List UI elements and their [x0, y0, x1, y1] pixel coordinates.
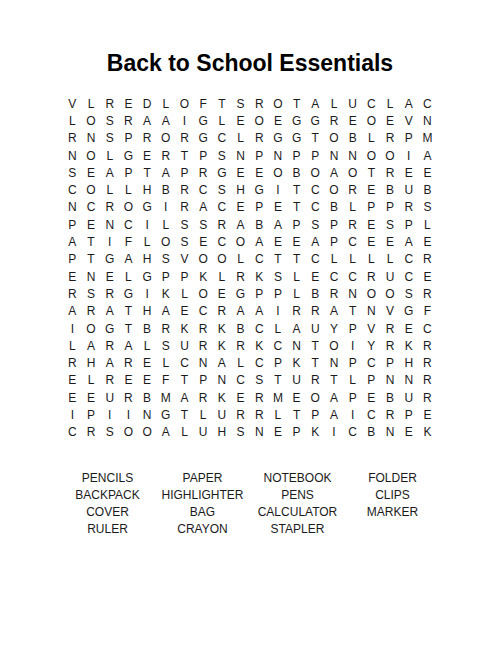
grid-cell: I [399, 147, 418, 164]
grid-cell: H [138, 303, 157, 320]
grid-cell: O [381, 285, 400, 302]
grid-cell: S [269, 268, 288, 285]
grid-cell: L [325, 251, 344, 268]
grid-cell: C [194, 181, 213, 198]
grid-cell: P [194, 372, 213, 389]
grid-cell: I [138, 285, 157, 302]
grid-cell: B [138, 320, 157, 337]
grid-cell: L [63, 337, 82, 354]
grid-cell: E [175, 303, 194, 320]
grid-cell: O [362, 147, 381, 164]
grid-cell: M [156, 389, 175, 406]
grid-cell: I [175, 112, 194, 129]
grid-cell: R [399, 199, 418, 216]
grid-cell: V [381, 303, 400, 320]
grid-cell: G [194, 130, 213, 147]
grid-cell: R [250, 389, 269, 406]
grid-cell: E [399, 164, 418, 181]
grid-cell: S [82, 285, 101, 302]
grid-cell: N [138, 406, 157, 423]
grid-cell: E [418, 164, 437, 181]
grid-cell: O [82, 320, 101, 337]
grid-cell: P [194, 147, 213, 164]
grid-cell: T [269, 372, 288, 389]
grid-cell: R [381, 337, 400, 354]
grid-cell: E [231, 389, 250, 406]
grid-cell: P [325, 233, 344, 250]
grid-cell: R [194, 337, 213, 354]
grid-cell: P [343, 389, 362, 406]
grid-cell: G [269, 130, 288, 147]
grid-cell: C [362, 406, 381, 423]
grid-cell: P [306, 147, 325, 164]
grid-cell: E [362, 216, 381, 233]
grid-cell: E [287, 233, 306, 250]
grid-cell: R [231, 337, 250, 354]
grid-cell: E [381, 233, 400, 250]
grid-cell: K [156, 285, 175, 302]
grid-cell: M [269, 389, 288, 406]
grid-cell: P [287, 216, 306, 233]
grid-cell: A [138, 112, 157, 129]
grid-cell: T [82, 233, 101, 250]
grid-cell: C [63, 424, 82, 441]
grid-cell: G [119, 285, 138, 302]
grid-cell: O [194, 251, 213, 268]
grid-cell: P [250, 147, 269, 164]
grid-cell: T [213, 95, 232, 112]
grid-cell: A [399, 233, 418, 250]
grid-cell: T [362, 164, 381, 181]
grid-cell: L [138, 233, 157, 250]
grid-cell: P [343, 354, 362, 371]
word-list-item: NOTEBOOK [250, 469, 345, 486]
grid-cell: L [231, 354, 250, 371]
grid-cell: P [156, 268, 175, 285]
grid-cell: R [362, 268, 381, 285]
grid-cell: G [399, 303, 418, 320]
grid-cell: S [418, 199, 437, 216]
grid-cell: A [156, 164, 175, 181]
grid-cell: E [213, 285, 232, 302]
grid-cell: T [306, 354, 325, 371]
grid-cell: A [63, 303, 82, 320]
grid-cell: K [418, 424, 437, 441]
grid-cell: R [306, 303, 325, 320]
grid-cell: I [119, 406, 138, 423]
grid-cell: G [287, 130, 306, 147]
word-list-item: BACKPACK [60, 486, 155, 503]
grid-cell: L [100, 147, 119, 164]
word-list-item: STAPLER [250, 520, 345, 537]
grid-cell: F [119, 233, 138, 250]
word-list-item: FOLDER [345, 469, 440, 486]
grid-cell: N [381, 424, 400, 441]
grid-cell: P [325, 216, 344, 233]
grid-cell: K [399, 337, 418, 354]
grid-cell: A [287, 320, 306, 337]
grid-cell: R [418, 285, 437, 302]
grid-cell: C [231, 372, 250, 389]
grid-cell: E [418, 268, 437, 285]
grid-cell: G [250, 181, 269, 198]
grid-cell: O [156, 130, 175, 147]
word-list-item: COVER [60, 503, 155, 520]
grid-cell: U [399, 389, 418, 406]
grid-cell: E [63, 268, 82, 285]
grid-cell: G [287, 112, 306, 129]
grid-cell: E [100, 268, 119, 285]
grid-cell: R [306, 372, 325, 389]
grid-cell: O [82, 147, 101, 164]
grid-cell: A [325, 389, 344, 406]
grid-cell: S [231, 95, 250, 112]
grid-cell: A [231, 303, 250, 320]
grid-cell: R [63, 130, 82, 147]
grid-cell: R [63, 285, 82, 302]
grid-cell: C [399, 268, 418, 285]
grid-cell: R [343, 216, 362, 233]
grid-cell: L [231, 130, 250, 147]
grid-cell: G [100, 320, 119, 337]
grid-cell: C [213, 130, 232, 147]
grid-cell: U [175, 337, 194, 354]
grid-cell: U [399, 181, 418, 198]
grid-cell: C [418, 320, 437, 337]
grid-cell: L [213, 112, 232, 129]
grid-cell: G [138, 199, 157, 216]
grid-cell: U [306, 320, 325, 337]
grid-cell: E [63, 372, 82, 389]
grid-cell: R [381, 406, 400, 423]
grid-cell: E [399, 320, 418, 337]
grid-cell: P [399, 216, 418, 233]
grid-cell: G [119, 147, 138, 164]
grid-cell: N [82, 130, 101, 147]
grid-cell: A [399, 95, 418, 112]
grid-cell: A [325, 303, 344, 320]
grid-cell: K [213, 389, 232, 406]
grid-cell: T [306, 130, 325, 147]
grid-cell: E [306, 268, 325, 285]
grid-cell: G [213, 164, 232, 181]
puzzle-title: Back to School Essentials [0, 50, 500, 77]
grid-cell: R [231, 406, 250, 423]
grid-cell: K [213, 337, 232, 354]
grid-cell: L [343, 372, 362, 389]
grid-cell: E [418, 233, 437, 250]
grid-cell: L [82, 372, 101, 389]
grid-cell: S [399, 285, 418, 302]
grid-cell: E [362, 233, 381, 250]
grid-cell: A [269, 216, 288, 233]
grid-cell: O [269, 95, 288, 112]
grid-cell: G [306, 112, 325, 129]
grid-cell: O [325, 130, 344, 147]
grid-cell: R [381, 130, 400, 147]
grid-cell: O [82, 112, 101, 129]
grid-cell: O [119, 424, 138, 441]
grid-cell: P [250, 199, 269, 216]
word-list-item: CALCULATOR [250, 503, 345, 520]
grid-cell: L [119, 268, 138, 285]
grid-cell: O [119, 199, 138, 216]
grid-cell: R [194, 320, 213, 337]
grid-cell: R [175, 130, 194, 147]
grid-cell: N [399, 372, 418, 389]
grid-cell: S [63, 164, 82, 181]
grid-cell: C [213, 199, 232, 216]
grid-cell: R [343, 181, 362, 198]
grid-cell: R [194, 164, 213, 181]
grid-cell: C [213, 233, 232, 250]
grid-cell: C [362, 354, 381, 371]
grid-cell: R [418, 251, 437, 268]
grid-cell: N [418, 112, 437, 129]
grid-cell: L [82, 95, 101, 112]
grid-cell: C [306, 199, 325, 216]
grid-cell: L [100, 181, 119, 198]
grid-cell: I [138, 216, 157, 233]
grid-cell: B [418, 181, 437, 198]
grid-cell: F [156, 372, 175, 389]
grid-cell: P [175, 164, 194, 181]
grid-cell: L [138, 337, 157, 354]
grid-cell: H [82, 354, 101, 371]
grid-cell: N [325, 147, 344, 164]
grid-cell: P [362, 199, 381, 216]
grid-cell: O [343, 164, 362, 181]
grid-cell: A [156, 303, 175, 320]
grid-cell: A [231, 216, 250, 233]
grid-cell: B [325, 199, 344, 216]
grid-cell: P [119, 164, 138, 181]
grid-cell: K [194, 268, 213, 285]
grid-cell: B [362, 424, 381, 441]
grid-cell: R [82, 303, 101, 320]
grid-cell: B [287, 164, 306, 181]
grid-cell: C [343, 233, 362, 250]
grid-cell: L [269, 320, 288, 337]
grid-cell: P [362, 372, 381, 389]
grid-cell: K [250, 268, 269, 285]
grid-cell: K [287, 354, 306, 371]
grid-cell: E [82, 164, 101, 181]
grid-cell: I [100, 233, 119, 250]
grid-cell: C [82, 199, 101, 216]
grid-cell: P [399, 130, 418, 147]
grid-cell: S [100, 424, 119, 441]
grid-cell: R [138, 130, 157, 147]
grid-cell: R [381, 320, 400, 337]
grid-cell: E [138, 372, 157, 389]
grid-cell: E [399, 424, 418, 441]
grid-cell: A [119, 337, 138, 354]
grid-cell: N [82, 268, 101, 285]
word-list: PENCILSPAPERNOTEBOOKFOLDERBACKPACKHIGHLI… [60, 469, 440, 537]
grid-cell: B [306, 285, 325, 302]
grid-cell: E [287, 389, 306, 406]
grid-cell: E [231, 164, 250, 181]
grid-cell: D [138, 95, 157, 112]
grid-cell: R [418, 372, 437, 389]
grid-cell: R [175, 199, 194, 216]
grid-cell: O [306, 389, 325, 406]
grid-cell: S [100, 130, 119, 147]
grid-cell: G [138, 268, 157, 285]
grid-cell: E [194, 233, 213, 250]
grid-cell: R [119, 389, 138, 406]
grid-cell: B [231, 320, 250, 337]
grid-cell: S [306, 216, 325, 233]
grid-cell: E [82, 389, 101, 406]
grid-cell: E [269, 424, 288, 441]
grid-cell: L [269, 406, 288, 423]
grid-cell: N [63, 199, 82, 216]
grid-cell: E [381, 112, 400, 129]
grid-cell: T [119, 320, 138, 337]
grid-cell: T [287, 181, 306, 198]
grid-cell: O [175, 95, 194, 112]
grid-cell: S [250, 372, 269, 389]
grid-cell: C [194, 303, 213, 320]
grid-cell: G [194, 112, 213, 129]
grid-cell: L [343, 199, 362, 216]
grid-cell: F [194, 95, 213, 112]
grid-cell: R [156, 320, 175, 337]
grid-cell: L [156, 354, 175, 371]
grid-cell: S [156, 251, 175, 268]
grid-cell: P [287, 147, 306, 164]
grid-cell: R [100, 372, 119, 389]
grid-cell: C [269, 337, 288, 354]
grid-cell: H [138, 251, 157, 268]
grid-cell: E [63, 389, 82, 406]
grid-cell: L [194, 406, 213, 423]
grid-cell: R [213, 303, 232, 320]
grid-cell: L [418, 216, 437, 233]
grid-cell: L [175, 285, 194, 302]
grid-cell: A [194, 199, 213, 216]
grid-cell: P [63, 251, 82, 268]
grid-cell: P [63, 216, 82, 233]
grid-cell: C [325, 268, 344, 285]
grid-cell: O [381, 147, 400, 164]
grid-cell: F [418, 303, 437, 320]
grid-cell: A [306, 233, 325, 250]
grid-cell: R [325, 112, 344, 129]
grid-cell: U [287, 372, 306, 389]
grid-cell: L [362, 251, 381, 268]
grid-cell: N [381, 372, 400, 389]
grid-cell: E [269, 199, 288, 216]
grid-cell: N [269, 147, 288, 164]
grid-cell: P [381, 354, 400, 371]
grid-cell: R [250, 406, 269, 423]
grid-cell: C [343, 268, 362, 285]
word-list-item: PENCILS [60, 469, 155, 486]
grid-cell: R [175, 181, 194, 198]
grid-cell: H [213, 424, 232, 441]
grid-cell: O [269, 164, 288, 181]
grid-cell: L [231, 251, 250, 268]
grid-cell: H [231, 181, 250, 198]
grid-cell: P [175, 268, 194, 285]
grid-cell: P [343, 320, 362, 337]
grid-cell: R [418, 354, 437, 371]
grid-cell: E [362, 181, 381, 198]
grid-cell: A [250, 303, 269, 320]
grid-cell: T [325, 372, 344, 389]
grid-cell: R [63, 354, 82, 371]
grid-cell: L [213, 268, 232, 285]
grid-cell: L [362, 130, 381, 147]
grid-cell: N [231, 147, 250, 164]
grid-cell: R [100, 337, 119, 354]
grid-cell: A [175, 389, 194, 406]
grid-cell: H [138, 181, 157, 198]
grid-cell: L [381, 251, 400, 268]
word-list-item: MARKER [345, 503, 440, 520]
grid-cell: R [213, 216, 232, 233]
grid-cell: C [399, 251, 418, 268]
grid-cell: A [100, 354, 119, 371]
grid-cell: S [213, 181, 232, 198]
grid-cell: O [306, 164, 325, 181]
grid-cell: L [343, 251, 362, 268]
grid-cell: E [231, 199, 250, 216]
grid-cell: O [213, 251, 232, 268]
grid-cell: L [63, 112, 82, 129]
grid-cell: A [156, 112, 175, 129]
grid-cell: S [175, 233, 194, 250]
grid-cell: A [82, 337, 101, 354]
grid-cell: O [325, 337, 344, 354]
grid-cell: R [250, 130, 269, 147]
grid-cell: L [119, 181, 138, 198]
grid-cell: O [362, 285, 381, 302]
grid-cell: K [175, 320, 194, 337]
grid-cell: I [100, 406, 119, 423]
grid-cell: L [381, 95, 400, 112]
grid-cell: O [82, 181, 101, 198]
grid-cell: V [175, 251, 194, 268]
grid-cell: N [194, 354, 213, 371]
puzzle-page: Back to School Essentials VLREDLOFTSROTA… [0, 0, 500, 647]
grid-cell: S [381, 216, 400, 233]
grid-cell: K [213, 320, 232, 337]
grid-cell: R [250, 95, 269, 112]
grid-cell: L [287, 268, 306, 285]
grid-cell: E [119, 372, 138, 389]
grid-cell: C [250, 354, 269, 371]
grid-cell: U [100, 389, 119, 406]
grid-cell: C [343, 424, 362, 441]
grid-cell: T [269, 251, 288, 268]
grid-cell: E [343, 112, 362, 129]
grid-cell: T [175, 406, 194, 423]
grid-cell: E [119, 95, 138, 112]
grid-cell: P [381, 199, 400, 216]
grid-cell: V [63, 95, 82, 112]
grid-cell: Y [362, 337, 381, 354]
grid-cell: G [156, 406, 175, 423]
grid-cell: G [100, 251, 119, 268]
word-list-item: RULER [60, 520, 155, 537]
grid-cell: R [100, 199, 119, 216]
grid-cell: T [287, 199, 306, 216]
word-list-item: BAG [155, 503, 250, 520]
